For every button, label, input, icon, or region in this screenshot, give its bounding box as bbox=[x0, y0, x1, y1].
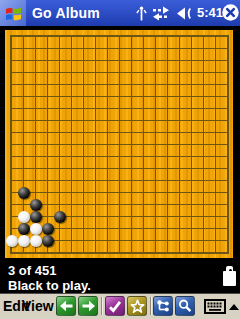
app-title: Go Album bbox=[32, 0, 100, 26]
tag-icon bbox=[223, 266, 236, 286]
white-stone bbox=[30, 235, 42, 247]
menu-view[interactable]: View bbox=[22, 294, 54, 319]
input-panel-options-arrow[interactable] bbox=[229, 304, 239, 310]
menu-bar: Edit View bbox=[0, 293, 240, 319]
close-button[interactable] bbox=[222, 4, 239, 21]
arrow-left-icon bbox=[59, 300, 74, 312]
black-stone bbox=[54, 211, 66, 223]
go-board-grid[interactable] bbox=[10, 35, 229, 254]
check-button[interactable] bbox=[105, 296, 125, 316]
next-move-button[interactable] bbox=[78, 296, 98, 316]
turn-indicator: Black to play. bbox=[8, 278, 91, 293]
black-stone bbox=[42, 223, 54, 235]
star-outline-icon bbox=[130, 299, 145, 314]
black-stone bbox=[30, 211, 42, 223]
search-button[interactable] bbox=[175, 296, 195, 316]
toolbar-separator bbox=[150, 297, 151, 315]
tag-body bbox=[223, 271, 236, 286]
keyboard-input-button[interactable] bbox=[204, 298, 226, 315]
antenna-signal-icon[interactable] bbox=[136, 0, 147, 26]
connectivity-sync-icon[interactable] bbox=[151, 0, 171, 26]
white-stone bbox=[6, 235, 18, 247]
windows-logo-icon bbox=[5, 6, 22, 21]
main-content: 3 of 451 Black to play. bbox=[0, 26, 240, 293]
speaker-volume-icon[interactable] bbox=[176, 0, 193, 26]
previous-move-button[interactable] bbox=[56, 296, 76, 316]
white-stone bbox=[30, 223, 42, 235]
problem-counter: 3 of 451 bbox=[8, 263, 56, 278]
black-stone bbox=[30, 199, 42, 211]
tree-nodes-icon bbox=[156, 299, 170, 313]
arrow-right-icon bbox=[81, 300, 96, 312]
keyboard-icon bbox=[204, 298, 226, 315]
black-stone bbox=[42, 235, 54, 247]
title-bar: Go Album 5:41 bbox=[0, 0, 240, 26]
toolbar-separator bbox=[101, 297, 102, 315]
star-button[interactable] bbox=[127, 296, 147, 316]
clock-time: 5:41 bbox=[197, 0, 223, 26]
start-menu-button[interactable] bbox=[0, 0, 26, 26]
pocketpc-screen: Go Album 5:41 bbox=[0, 0, 240, 319]
game-tree-button[interactable] bbox=[153, 296, 173, 316]
checkmark-icon bbox=[108, 300, 122, 313]
go-board[interactable] bbox=[5, 30, 233, 258]
black-stone bbox=[18, 187, 30, 199]
white-stone bbox=[18, 235, 30, 247]
black-stone bbox=[18, 223, 30, 235]
magnifier-icon bbox=[178, 299, 192, 313]
white-stone bbox=[18, 211, 30, 223]
